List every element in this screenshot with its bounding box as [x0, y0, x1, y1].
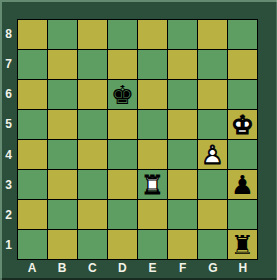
file-label-g: G [198, 260, 228, 276]
black-rook-glyph: ♜ [228, 230, 257, 259]
square-a3[interactable] [18, 170, 48, 200]
square-h4[interactable] [228, 140, 258, 170]
square-g6[interactable] [198, 80, 228, 110]
white-rook-outline: ♖ [138, 170, 167, 199]
white-pawn[interactable]: ♟♙ [198, 140, 227, 169]
square-f4[interactable] [168, 140, 198, 170]
square-a2[interactable] [18, 200, 48, 230]
square-h6[interactable] [228, 80, 258, 110]
square-b4[interactable] [48, 140, 78, 170]
rank-label-4: 4 [0, 140, 17, 170]
square-g8[interactable] [198, 20, 228, 50]
rank-label-2: 2 [0, 200, 17, 230]
white-king-outline: ♔ [228, 110, 257, 139]
square-b7[interactable] [48, 50, 78, 80]
square-a7[interactable] [18, 50, 48, 80]
square-e1[interactable] [138, 230, 168, 260]
square-e5[interactable] [138, 110, 168, 140]
black-king[interactable]: ♚ [108, 80, 137, 109]
file-label-b: B [47, 260, 77, 276]
square-d8[interactable] [108, 20, 138, 50]
square-d4[interactable] [108, 140, 138, 170]
file-label-d: D [107, 260, 137, 276]
square-a1[interactable] [18, 230, 48, 260]
square-f2[interactable] [168, 200, 198, 230]
rank-label-1: 1 [0, 230, 17, 260]
square-a8[interactable] [18, 20, 48, 50]
square-c6[interactable] [78, 80, 108, 110]
square-g5[interactable] [198, 110, 228, 140]
square-b6[interactable] [48, 80, 78, 110]
square-d5[interactable] [108, 110, 138, 140]
square-e3[interactable]: ♜♖ [138, 170, 168, 200]
black-king-glyph: ♚ [108, 80, 137, 109]
square-a4[interactable] [18, 140, 48, 170]
square-c8[interactable] [78, 20, 108, 50]
file-labels: ABCDEFGH [17, 260, 258, 276]
black-rook[interactable]: ♜ [228, 230, 257, 259]
square-f8[interactable] [168, 20, 198, 50]
square-g2[interactable] [198, 200, 228, 230]
square-b3[interactable] [48, 170, 78, 200]
square-h3[interactable]: ♟ [228, 170, 258, 200]
square-e2[interactable] [138, 200, 168, 230]
square-h7[interactable] [228, 50, 258, 80]
square-c1[interactable] [78, 230, 108, 260]
white-king[interactable]: ♚♔ [228, 110, 257, 139]
square-h1[interactable]: ♜ [228, 230, 258, 260]
square-e4[interactable] [138, 140, 168, 170]
square-b1[interactable] [48, 230, 78, 260]
square-c5[interactable] [78, 110, 108, 140]
square-g1[interactable] [198, 230, 228, 260]
square-f6[interactable] [168, 80, 198, 110]
square-a5[interactable] [18, 110, 48, 140]
square-d7[interactable] [108, 50, 138, 80]
chessboard-panel: 87654321 ♚♚♔♟♙♜♖♟♜ ABCDEFGH [0, 0, 277, 280]
square-f1[interactable] [168, 230, 198, 260]
square-e6[interactable] [138, 80, 168, 110]
square-f7[interactable] [168, 50, 198, 80]
square-d3[interactable] [108, 170, 138, 200]
square-c2[interactable] [78, 200, 108, 230]
file-label-h: H [228, 260, 258, 276]
square-h5[interactable]: ♚♔ [228, 110, 258, 140]
square-c4[interactable] [78, 140, 108, 170]
square-f5[interactable] [168, 110, 198, 140]
file-label-f: F [168, 260, 198, 276]
rank-label-8: 8 [0, 19, 17, 49]
square-b5[interactable] [48, 110, 78, 140]
rank-label-7: 7 [0, 49, 17, 79]
square-c3[interactable] [78, 170, 108, 200]
square-g4[interactable]: ♟♙ [198, 140, 228, 170]
chess-board[interactable]: ♚♚♔♟♙♜♖♟♜ [17, 19, 258, 260]
file-label-a: A [17, 260, 47, 276]
rank-label-3: 3 [0, 170, 17, 200]
black-pawn-glyph: ♟ [228, 170, 257, 199]
rank-label-5: 5 [0, 109, 17, 139]
square-g7[interactable] [198, 50, 228, 80]
square-d1[interactable] [108, 230, 138, 260]
black-pawn[interactable]: ♟ [228, 170, 257, 199]
square-d2[interactable] [108, 200, 138, 230]
square-h2[interactable] [228, 200, 258, 230]
square-c7[interactable] [78, 50, 108, 80]
square-b2[interactable] [48, 200, 78, 230]
square-b8[interactable] [48, 20, 78, 50]
file-label-e: E [138, 260, 168, 276]
white-rook[interactable]: ♜♖ [138, 170, 167, 199]
square-e7[interactable] [138, 50, 168, 80]
file-label-c: C [77, 260, 107, 276]
square-g3[interactable] [198, 170, 228, 200]
square-e8[interactable] [138, 20, 168, 50]
rank-label-6: 6 [0, 79, 17, 109]
white-pawn-outline: ♙ [198, 140, 227, 169]
square-a6[interactable] [18, 80, 48, 110]
square-d6[interactable]: ♚ [108, 80, 138, 110]
rank-labels: 87654321 [0, 19, 17, 260]
square-h8[interactable] [228, 20, 258, 50]
square-f3[interactable] [168, 170, 198, 200]
